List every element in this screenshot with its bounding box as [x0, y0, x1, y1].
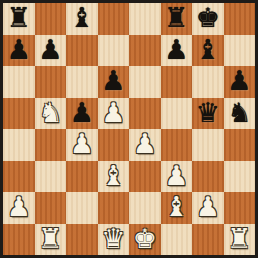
- square-d5[interactable]: ♟: [98, 98, 130, 130]
- piece-white-pawn-c4[interactable]: ♟: [70, 130, 94, 157]
- piece-black-knight-h5[interactable]: ♞: [227, 99, 251, 126]
- square-g1[interactable]: [192, 224, 224, 256]
- piece-white-pawn-f3[interactable]: ♟: [164, 162, 188, 189]
- piece-black-queen-g5[interactable]: ♛: [196, 99, 220, 126]
- square-g6[interactable]: [192, 66, 224, 98]
- square-e5[interactable]: [129, 98, 161, 130]
- square-f3[interactable]: ♟: [161, 161, 193, 193]
- square-d3[interactable]: ♝: [98, 161, 130, 193]
- square-h4[interactable]: [224, 129, 256, 161]
- square-h2[interactable]: [224, 192, 256, 224]
- square-h1[interactable]: ♜: [224, 224, 256, 256]
- square-b5[interactable]: ♞: [35, 98, 67, 130]
- piece-black-bishop-c8[interactable]: ♝: [70, 4, 94, 31]
- square-d8[interactable]: [98, 3, 130, 35]
- piece-white-pawn-d5[interactable]: ♟: [101, 99, 125, 126]
- square-b1[interactable]: ♜: [35, 224, 67, 256]
- square-d4[interactable]: [98, 129, 130, 161]
- square-e1[interactable]: ♚: [129, 224, 161, 256]
- square-a3[interactable]: [3, 161, 35, 193]
- square-g3[interactable]: [192, 161, 224, 193]
- piece-black-bishop-g7[interactable]: ♝: [196, 36, 220, 63]
- square-e4[interactable]: ♟: [129, 129, 161, 161]
- square-e6[interactable]: [129, 66, 161, 98]
- chess-board-frame: ♜♝♜♚♟♟♟♝♟♟♞♟♟♛♞♟♟♝♟♟♝♟♜♛♚♜: [0, 0, 258, 258]
- chess-board: ♜♝♜♚♟♟♟♝♟♟♞♟♟♛♞♟♟♝♟♟♝♟♜♛♚♜: [3, 3, 255, 255]
- piece-white-bishop-d3[interactable]: ♝: [101, 162, 125, 189]
- square-g7[interactable]: ♝: [192, 35, 224, 67]
- square-g5[interactable]: ♛: [192, 98, 224, 130]
- square-e8[interactable]: [129, 3, 161, 35]
- square-f4[interactable]: [161, 129, 193, 161]
- piece-white-bishop-f2[interactable]: ♝: [164, 193, 188, 220]
- square-b4[interactable]: [35, 129, 67, 161]
- square-d7[interactable]: [98, 35, 130, 67]
- piece-white-rook-b1[interactable]: ♜: [38, 225, 62, 252]
- square-b8[interactable]: [35, 3, 67, 35]
- piece-white-pawn-a2[interactable]: ♟: [7, 193, 31, 220]
- piece-white-queen-d1[interactable]: ♛: [101, 225, 125, 252]
- square-b2[interactable]: [35, 192, 67, 224]
- square-d2[interactable]: [98, 192, 130, 224]
- piece-black-pawn-a7[interactable]: ♟: [7, 36, 31, 63]
- square-c3[interactable]: [66, 161, 98, 193]
- square-a7[interactable]: ♟: [3, 35, 35, 67]
- square-c2[interactable]: [66, 192, 98, 224]
- piece-black-pawn-d6[interactable]: ♟: [101, 67, 125, 94]
- square-b3[interactable]: [35, 161, 67, 193]
- square-h6[interactable]: ♟: [224, 66, 256, 98]
- square-b6[interactable]: [35, 66, 67, 98]
- square-a1[interactable]: [3, 224, 35, 256]
- piece-white-pawn-e4[interactable]: ♟: [133, 130, 157, 157]
- square-g8[interactable]: ♚: [192, 3, 224, 35]
- piece-black-pawn-b7[interactable]: ♟: [38, 36, 62, 63]
- square-g4[interactable]: [192, 129, 224, 161]
- square-f8[interactable]: ♜: [161, 3, 193, 35]
- square-f7[interactable]: ♟: [161, 35, 193, 67]
- square-h8[interactable]: [224, 3, 256, 35]
- square-c4[interactable]: ♟: [66, 129, 98, 161]
- piece-white-rook-h1[interactable]: ♜: [227, 225, 251, 252]
- square-g2[interactable]: ♟: [192, 192, 224, 224]
- square-d6[interactable]: ♟: [98, 66, 130, 98]
- square-f1[interactable]: [161, 224, 193, 256]
- piece-black-pawn-h6[interactable]: ♟: [227, 67, 251, 94]
- square-c7[interactable]: [66, 35, 98, 67]
- square-b7[interactable]: ♟: [35, 35, 67, 67]
- square-f5[interactable]: [161, 98, 193, 130]
- square-d1[interactable]: ♛: [98, 224, 130, 256]
- square-c1[interactable]: [66, 224, 98, 256]
- piece-black-pawn-c5[interactable]: ♟: [70, 99, 94, 126]
- piece-black-pawn-f7[interactable]: ♟: [164, 36, 188, 63]
- square-h7[interactable]: [224, 35, 256, 67]
- square-c5[interactable]: ♟: [66, 98, 98, 130]
- piece-white-knight-b5[interactable]: ♞: [38, 99, 62, 126]
- piece-black-king-g8[interactable]: ♚: [196, 4, 220, 31]
- square-c8[interactable]: ♝: [66, 3, 98, 35]
- square-a8[interactable]: ♜: [3, 3, 35, 35]
- square-e2[interactable]: [129, 192, 161, 224]
- square-h5[interactable]: ♞: [224, 98, 256, 130]
- square-h3[interactable]: [224, 161, 256, 193]
- piece-white-pawn-g2[interactable]: ♟: [196, 193, 220, 220]
- square-f2[interactable]: ♝: [161, 192, 193, 224]
- square-f6[interactable]: [161, 66, 193, 98]
- piece-black-rook-f8[interactable]: ♜: [164, 4, 188, 31]
- square-a6[interactable]: [3, 66, 35, 98]
- piece-black-rook-a8[interactable]: ♜: [7, 4, 31, 31]
- piece-white-king-e1[interactable]: ♚: [133, 225, 157, 252]
- square-a4[interactable]: [3, 129, 35, 161]
- square-a2[interactable]: ♟: [3, 192, 35, 224]
- square-a5[interactable]: [3, 98, 35, 130]
- square-c6[interactable]: [66, 66, 98, 98]
- square-e7[interactable]: [129, 35, 161, 67]
- square-e3[interactable]: [129, 161, 161, 193]
